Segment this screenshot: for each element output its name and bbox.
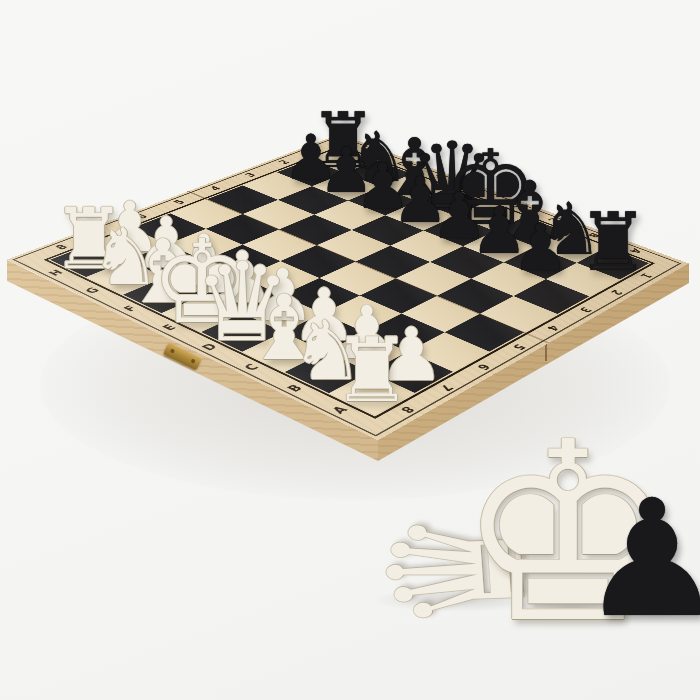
- pawn-shadow: [608, 600, 700, 618]
- fallen-white-queen: ♛: [361, 505, 554, 635]
- black-pawn: ♟: [579, 478, 700, 640]
- product-photo-scene: HGFEDCBA HGFEDCBA 87654321 87654321 ♜♞♝♛…: [0, 0, 700, 700]
- board-surface: [50, 147, 649, 415]
- king-shadow: [512, 598, 632, 618]
- chessboard: HGFEDCBA HGFEDCBA 87654321 87654321: [7, 134, 688, 440]
- fallen-queen-shadow: [372, 588, 542, 612]
- white-king: ♚: [457, 409, 679, 657]
